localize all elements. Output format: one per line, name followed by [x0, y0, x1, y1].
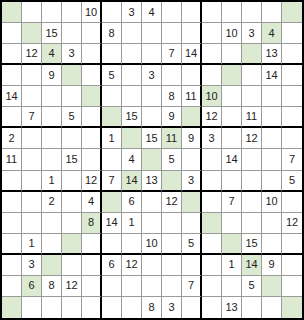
- cell-r7c10[interactable]: 9: [182, 128, 202, 149]
- cell-r2c4[interactable]: [62, 23, 82, 44]
- cell-r2c7[interactable]: [122, 23, 142, 44]
- cell-r4c3[interactable]: 9: [42, 65, 62, 86]
- cell-r11c4[interactable]: [62, 213, 82, 234]
- cell-r8c8[interactable]: [142, 149, 162, 170]
- cell-r13c6[interactable]: 6: [102, 255, 122, 276]
- cell-r9c13[interactable]: [242, 171, 262, 192]
- cell-r9c7[interactable]: 14: [122, 171, 142, 192]
- cell-r8c12[interactable]: 14: [222, 149, 242, 170]
- cell-r7c13[interactable]: 12: [242, 128, 262, 149]
- cell-r8c6[interactable]: [102, 149, 122, 170]
- cell-r13c9[interactable]: [162, 255, 182, 276]
- cell-r7c14[interactable]: [262, 128, 282, 149]
- cell-r6c7[interactable]: 15: [122, 107, 142, 128]
- cell-r5c11[interactable]: 10: [202, 86, 222, 107]
- cell-r7c11[interactable]: 3: [202, 128, 222, 149]
- cell-r3c3[interactable]: 4: [42, 44, 62, 65]
- cell-r8c3[interactable]: [42, 149, 62, 170]
- cell-r7c7[interactable]: [122, 128, 142, 149]
- cell-r11c7[interactable]: 1: [122, 213, 142, 234]
- cell-r6c2[interactable]: 7: [22, 107, 42, 128]
- cell-r10c12[interactable]: 7: [222, 192, 242, 213]
- cell-r3c9[interactable]: 7: [162, 44, 182, 65]
- cell-r1c5[interactable]: 10: [82, 2, 102, 23]
- cell-r10c11[interactable]: [202, 192, 222, 213]
- cell-r12c8[interactable]: 10: [142, 234, 162, 255]
- cell-r3c13[interactable]: [242, 44, 262, 65]
- cell-r15c15[interactable]: [282, 297, 302, 318]
- cell-r10c10[interactable]: [182, 192, 202, 213]
- cell-r3c15[interactable]: [282, 44, 302, 65]
- cell-r1c15[interactable]: [282, 2, 302, 23]
- cell-r5c13[interactable]: [242, 86, 262, 107]
- cell-r4c2[interactable]: [22, 65, 42, 86]
- cell-r10c8[interactable]: [142, 192, 162, 213]
- cell-r9c2[interactable]: [22, 171, 42, 192]
- cell-r11c1[interactable]: [2, 213, 22, 234]
- cell-r11c12[interactable]: [222, 213, 242, 234]
- cell-r2c12[interactable]: 10: [222, 23, 242, 44]
- cell-r12c2[interactable]: 1: [22, 234, 42, 255]
- cell-r2c8[interactable]: [142, 23, 162, 44]
- cell-r7c2[interactable]: [22, 128, 42, 149]
- cell-r6c14[interactable]: [262, 107, 282, 128]
- cell-r9c12[interactable]: [222, 171, 242, 192]
- cell-r2c6[interactable]: 8: [102, 23, 122, 44]
- cell-r12c3[interactable]: [42, 234, 62, 255]
- cell-r1c7[interactable]: 3: [122, 2, 142, 23]
- cell-r4c1[interactable]: [2, 65, 22, 86]
- cell-r12c10[interactable]: 5: [182, 234, 202, 255]
- cell-r15c8[interactable]: 8: [142, 297, 162, 318]
- cell-r9c15[interactable]: 5: [282, 171, 302, 192]
- cell-r1c9[interactable]: [162, 2, 182, 23]
- cell-r6c12[interactable]: [222, 107, 242, 128]
- cell-r13c12[interactable]: 1: [222, 255, 242, 276]
- cell-r14c5[interactable]: [82, 276, 102, 297]
- cell-r6c3[interactable]: [42, 107, 62, 128]
- cell-r5c4[interactable]: [62, 86, 82, 107]
- cell-r14c14[interactable]: [262, 276, 282, 297]
- cell-r5c9[interactable]: 8: [162, 86, 182, 107]
- cell-r6c4[interactable]: 5: [62, 107, 82, 128]
- cell-r3c7[interactable]: [122, 44, 142, 65]
- cell-r13c2[interactable]: 3: [22, 255, 42, 276]
- cell-r14c11[interactable]: [202, 276, 222, 297]
- cell-r10c15[interactable]: [282, 192, 302, 213]
- cell-r9c14[interactable]: [262, 171, 282, 192]
- cell-r8c4[interactable]: 15: [62, 149, 82, 170]
- cell-r5c15[interactable]: [282, 86, 302, 107]
- cell-r3c12[interactable]: [222, 44, 242, 65]
- cell-r13c3[interactable]: [42, 255, 62, 276]
- cell-r5c1[interactable]: 14: [2, 86, 22, 107]
- cell-r4c4[interactable]: [62, 65, 82, 86]
- cell-r4c15[interactable]: [282, 65, 302, 86]
- cell-r11c2[interactable]: [22, 213, 42, 234]
- cell-r1c13[interactable]: [242, 2, 262, 23]
- cell-r12c7[interactable]: [122, 234, 142, 255]
- cell-r10c5[interactable]: 4: [82, 192, 102, 213]
- cell-r12c4[interactable]: [62, 234, 82, 255]
- cell-r2c5[interactable]: [82, 23, 102, 44]
- cell-r5c10[interactable]: 11: [182, 86, 202, 107]
- cell-r7c15[interactable]: [282, 128, 302, 149]
- cell-r2c13[interactable]: 3: [242, 23, 262, 44]
- cell-r14c12[interactable]: [222, 276, 242, 297]
- cell-r15c13[interactable]: [242, 297, 262, 318]
- cell-r13c13[interactable]: 14: [242, 255, 262, 276]
- cell-r8c7[interactable]: 4: [122, 149, 142, 170]
- cell-r15c12[interactable]: 13: [222, 297, 242, 318]
- cell-r13c11[interactable]: [202, 255, 222, 276]
- cell-r4c5[interactable]: [82, 65, 102, 86]
- cell-r10c13[interactable]: [242, 192, 262, 213]
- cell-r9c8[interactable]: 13: [142, 171, 162, 192]
- cell-r12c13[interactable]: 15: [242, 234, 262, 255]
- cell-r6c13[interactable]: 11: [242, 107, 262, 128]
- cell-r15c1[interactable]: [2, 297, 22, 318]
- cell-r14c15[interactable]: [282, 276, 302, 297]
- cell-r3c8[interactable]: [142, 44, 162, 65]
- cell-r8c2[interactable]: [22, 149, 42, 170]
- cell-r15c11[interactable]: [202, 297, 222, 318]
- cell-r2c14[interactable]: 4: [262, 23, 282, 44]
- cell-r3c5[interactable]: [82, 44, 102, 65]
- cell-r9c1[interactable]: [2, 171, 22, 192]
- cell-r2c10[interactable]: [182, 23, 202, 44]
- cell-r7c8[interactable]: 15: [142, 128, 162, 149]
- cell-r7c9[interactable]: 11: [162, 128, 182, 149]
- cell-r9c9[interactable]: [162, 171, 182, 192]
- cell-r4c9[interactable]: [162, 65, 182, 86]
- cell-r4c7[interactable]: [122, 65, 142, 86]
- cell-r6c1[interactable]: [2, 107, 22, 128]
- cell-r8c11[interactable]: [202, 149, 222, 170]
- cell-r11c9[interactable]: [162, 213, 182, 234]
- cell-r12c12[interactable]: [222, 234, 242, 255]
- cell-r7c3[interactable]: [42, 128, 62, 149]
- cell-r7c6[interactable]: 1: [102, 128, 122, 149]
- cell-r13c5[interactable]: [82, 255, 102, 276]
- cell-r4c10[interactable]: [182, 65, 202, 86]
- cell-r14c9[interactable]: [162, 276, 182, 297]
- cell-r5c6[interactable]: [102, 86, 122, 107]
- cell-r2c9[interactable]: [162, 23, 182, 44]
- cell-r5c7[interactable]: [122, 86, 142, 107]
- cell-r12c5[interactable]: [82, 234, 102, 255]
- cell-r8c15[interactable]: 7: [282, 149, 302, 170]
- cell-r10c2[interactable]: [22, 192, 42, 213]
- cell-r10c4[interactable]: [62, 192, 82, 213]
- cell-r7c5[interactable]: [82, 128, 102, 149]
- board: 1034158103412437141395314148111075159121…: [0, 0, 304, 320]
- cell-r15c14[interactable]: [262, 297, 282, 318]
- cell-r10c1[interactable]: [2, 192, 22, 213]
- cell-r5c12[interactable]: [222, 86, 242, 107]
- cell-r13c14[interactable]: 9: [262, 255, 282, 276]
- cell-r10c3[interactable]: 2: [42, 192, 62, 213]
- cell-r10c7[interactable]: 6: [122, 192, 142, 213]
- cell-r13c10[interactable]: [182, 255, 202, 276]
- cell-r9c5[interactable]: 12: [82, 171, 102, 192]
- cell-r5c5[interactable]: [82, 86, 102, 107]
- cell-r9c10[interactable]: 3: [182, 171, 202, 192]
- cell-r15c7[interactable]: [122, 297, 142, 318]
- cell-r6c15[interactable]: [282, 107, 302, 128]
- cell-r6c8[interactable]: [142, 107, 162, 128]
- cell-r13c15[interactable]: [282, 255, 302, 276]
- cell-r7c4[interactable]: [62, 128, 82, 149]
- cell-r3c11[interactable]: [202, 44, 222, 65]
- cell-r9c6[interactable]: 7: [102, 171, 122, 192]
- cell-r1c11[interactable]: [202, 2, 222, 23]
- cell-r9c3[interactable]: 1: [42, 171, 62, 192]
- cell-r12c15[interactable]: [282, 234, 302, 255]
- cell-r11c15[interactable]: 12: [282, 213, 302, 234]
- cell-r1c8[interactable]: 4: [142, 2, 162, 23]
- cell-r6c5[interactable]: [82, 107, 102, 128]
- cell-r12c9[interactable]: [162, 234, 182, 255]
- cell-r5c8[interactable]: [142, 86, 162, 107]
- cell-r1c6[interactable]: [102, 2, 122, 23]
- cell-r2c3[interactable]: 15: [42, 23, 62, 44]
- cell-r5c2[interactable]: [22, 86, 42, 107]
- cell-r14c4[interactable]: 12: [62, 276, 82, 297]
- cell-r3c6[interactable]: [102, 44, 122, 65]
- cell-r15c2[interactable]: [22, 297, 42, 318]
- cell-r10c14[interactable]: 10: [262, 192, 282, 213]
- cell-r14c13[interactable]: 5: [242, 276, 262, 297]
- cell-r15c4[interactable]: [62, 297, 82, 318]
- cell-r15c10[interactable]: [182, 297, 202, 318]
- cell-r4c14[interactable]: 14: [262, 65, 282, 86]
- cell-r14c3[interactable]: 8: [42, 276, 62, 297]
- cell-r2c11[interactable]: [202, 23, 222, 44]
- cell-r3c10[interactable]: 14: [182, 44, 202, 65]
- cell-r4c11[interactable]: [202, 65, 222, 86]
- cell-r4c8[interactable]: 3: [142, 65, 162, 86]
- cell-r11c8[interactable]: [142, 213, 162, 234]
- cell-r7c12[interactable]: [222, 128, 242, 149]
- cell-r8c9[interactable]: 5: [162, 149, 182, 170]
- cell-r8c14[interactable]: [262, 149, 282, 170]
- cell-r1c2[interactable]: [22, 2, 42, 23]
- cell-r14c7[interactable]: [122, 276, 142, 297]
- cell-r1c12[interactable]: [222, 2, 242, 23]
- cell-r6c9[interactable]: 9: [162, 107, 182, 128]
- cell-r5c3[interactable]: [42, 86, 62, 107]
- cell-r14c6[interactable]: [102, 276, 122, 297]
- cell-r11c3[interactable]: [42, 213, 62, 234]
- cell-r3c2[interactable]: 12: [22, 44, 42, 65]
- cell-r1c10[interactable]: [182, 2, 202, 23]
- cell-r8c5[interactable]: [82, 149, 102, 170]
- cell-r15c3[interactable]: [42, 297, 62, 318]
- cell-r15c6[interactable]: [102, 297, 122, 318]
- cell-r10c9[interactable]: 12: [162, 192, 182, 213]
- cell-r8c1[interactable]: 11: [2, 149, 22, 170]
- cell-r8c13[interactable]: [242, 149, 262, 170]
- cell-r12c11[interactable]: [202, 234, 222, 255]
- cell-r14c1[interactable]: [2, 276, 22, 297]
- cell-r12c14[interactable]: [262, 234, 282, 255]
- cell-r12c1[interactable]: [2, 234, 22, 255]
- cell-r12c6[interactable]: [102, 234, 122, 255]
- cell-r11c14[interactable]: [262, 213, 282, 234]
- cell-r6c11[interactable]: 12: [202, 107, 222, 128]
- cell-r2c1[interactable]: [2, 23, 22, 44]
- cell-r15c5[interactable]: [82, 297, 102, 318]
- cell-r7c1[interactable]: 2: [2, 128, 22, 149]
- cell-r4c12[interactable]: [222, 65, 242, 86]
- cell-r10c6[interactable]: [102, 192, 122, 213]
- cell-r13c8[interactable]: [142, 255, 162, 276]
- cell-r3c1[interactable]: [2, 44, 22, 65]
- cell-r4c13[interactable]: [242, 65, 262, 86]
- cell-r2c2[interactable]: [22, 23, 42, 44]
- cell-r1c4[interactable]: [62, 2, 82, 23]
- cell-r13c1[interactable]: [2, 255, 22, 276]
- cell-r11c6[interactable]: 14: [102, 213, 122, 234]
- cell-r13c4[interactable]: [62, 255, 82, 276]
- cell-r1c14[interactable]: [262, 2, 282, 23]
- cell-r13c7[interactable]: 12: [122, 255, 142, 276]
- cell-r14c2[interactable]: 6: [22, 276, 42, 297]
- cell-r9c4[interactable]: [62, 171, 82, 192]
- cell-r15c9[interactable]: 3: [162, 297, 182, 318]
- cell-r11c11[interactable]: [202, 213, 222, 234]
- cell-r3c14[interactable]: 13: [262, 44, 282, 65]
- cell-r1c3[interactable]: [42, 2, 62, 23]
- cell-r8c10[interactable]: [182, 149, 202, 170]
- cell-r4c6[interactable]: 5: [102, 65, 122, 86]
- cell-r11c5[interactable]: 8: [82, 213, 102, 234]
- cell-r3c4[interactable]: 3: [62, 44, 82, 65]
- cell-r11c10[interactable]: [182, 213, 202, 234]
- cell-r1c1[interactable]: [2, 2, 22, 23]
- cell-r2c15[interactable]: [282, 23, 302, 44]
- cell-r14c8[interactable]: [142, 276, 162, 297]
- cell-r5c14[interactable]: [262, 86, 282, 107]
- cell-r14c10[interactable]: 7: [182, 276, 202, 297]
- cell-r11c13[interactable]: [242, 213, 262, 234]
- cell-r9c11[interactable]: [202, 171, 222, 192]
- cell-r6c6[interactable]: [102, 107, 122, 128]
- cell-r6c10[interactable]: [182, 107, 202, 128]
